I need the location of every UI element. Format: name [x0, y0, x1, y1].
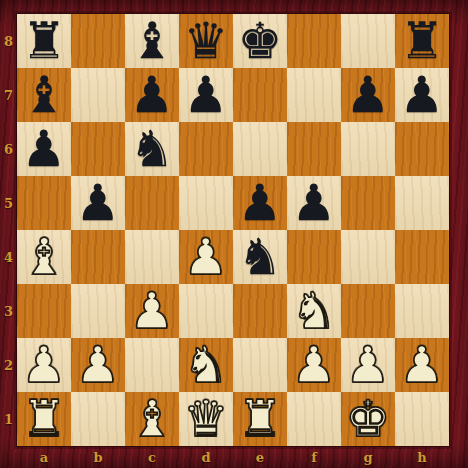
black-pawn[interactable]: ♟: [179, 68, 233, 122]
square-c5[interactable]: [125, 176, 179, 230]
square-h3[interactable]: [395, 284, 449, 338]
black-knight[interactable]: ♞: [233, 230, 287, 284]
square-a1[interactable]: ♜: [17, 392, 71, 446]
square-d5[interactable]: [179, 176, 233, 230]
rank-label-6: 6: [0, 122, 17, 176]
square-a5[interactable]: [17, 176, 71, 230]
square-a3[interactable]: [17, 284, 71, 338]
file-label-b: b: [71, 446, 125, 468]
square-c4[interactable]: [125, 230, 179, 284]
square-c8[interactable]: ♝: [125, 14, 179, 68]
square-c3[interactable]: ♟: [125, 284, 179, 338]
black-pawn[interactable]: ♟: [395, 68, 449, 122]
file-label-e: e: [233, 446, 287, 468]
white-knight[interactable]: ♞: [287, 284, 341, 338]
black-pawn[interactable]: ♟: [233, 176, 287, 230]
square-a8[interactable]: ♜: [17, 14, 71, 68]
black-rook[interactable]: ♜: [17, 14, 71, 68]
square-b8[interactable]: [71, 14, 125, 68]
white-pawn[interactable]: ♟: [341, 338, 395, 392]
square-b5[interactable]: ♟: [71, 176, 125, 230]
white-rook[interactable]: ♜: [233, 392, 287, 446]
white-queen[interactable]: ♛: [179, 392, 233, 446]
rank-label-8: 8: [0, 14, 17, 68]
square-g3[interactable]: [341, 284, 395, 338]
black-pawn[interactable]: ♟: [341, 68, 395, 122]
square-d3[interactable]: [179, 284, 233, 338]
square-b4[interactable]: [71, 230, 125, 284]
black-rook[interactable]: ♜: [395, 14, 449, 68]
square-g1[interactable]: ♚: [341, 392, 395, 446]
black-bishop[interactable]: ♝: [125, 14, 179, 68]
square-h5[interactable]: [395, 176, 449, 230]
white-king[interactable]: ♚: [341, 392, 395, 446]
square-g5[interactable]: [341, 176, 395, 230]
square-c7[interactable]: ♟: [125, 68, 179, 122]
square-f6[interactable]: [287, 122, 341, 176]
rank-label-7: 7: [0, 68, 17, 122]
square-e1[interactable]: ♜: [233, 392, 287, 446]
square-a7[interactable]: ♝: [17, 68, 71, 122]
black-pawn[interactable]: ♟: [125, 68, 179, 122]
square-d6[interactable]: [179, 122, 233, 176]
square-h2[interactable]: ♟: [395, 338, 449, 392]
black-king[interactable]: ♚: [233, 14, 287, 68]
file-label-a: a: [17, 446, 71, 468]
rank-label-3: 3: [0, 284, 17, 338]
square-b7[interactable]: [71, 68, 125, 122]
file-label-h: h: [395, 446, 449, 468]
white-pawn[interactable]: ♟: [71, 338, 125, 392]
square-e5[interactable]: ♟: [233, 176, 287, 230]
square-d1[interactable]: ♛: [179, 392, 233, 446]
white-pawn[interactable]: ♟: [17, 338, 71, 392]
square-e3[interactable]: [233, 284, 287, 338]
square-a6[interactable]: ♟: [17, 122, 71, 176]
square-e4[interactable]: ♞: [233, 230, 287, 284]
white-rook[interactable]: ♜: [17, 392, 71, 446]
chessboard-frame: 87654321 abcdefgh ♜♝♛♚♜♝♟♟♟♟♟♞♟♟♟♝♟♞♟♞♟♟…: [0, 0, 468, 468]
square-g2[interactable]: ♟: [341, 338, 395, 392]
square-g4[interactable]: [341, 230, 395, 284]
square-e6[interactable]: [233, 122, 287, 176]
square-c6[interactable]: ♞: [125, 122, 179, 176]
square-a2[interactable]: ♟: [17, 338, 71, 392]
rank-label-4: 4: [0, 230, 17, 284]
white-bishop[interactable]: ♝: [17, 230, 71, 284]
square-a4[interactable]: ♝: [17, 230, 71, 284]
file-label-g: g: [341, 446, 395, 468]
black-pawn[interactable]: ♟: [17, 122, 71, 176]
square-d8[interactable]: ♛: [179, 14, 233, 68]
square-d7[interactable]: ♟: [179, 68, 233, 122]
file-label-d: d: [179, 446, 233, 468]
black-queen[interactable]: ♛: [179, 14, 233, 68]
white-knight[interactable]: ♞: [179, 338, 233, 392]
file-labels: abcdefgh: [17, 446, 449, 468]
black-bishop[interactable]: ♝: [17, 68, 71, 122]
square-h8[interactable]: ♜: [395, 14, 449, 68]
rank-labels: 87654321: [0, 14, 17, 446]
white-pawn[interactable]: ♟: [287, 338, 341, 392]
square-e2[interactable]: [233, 338, 287, 392]
square-f2[interactable]: ♟: [287, 338, 341, 392]
square-g6[interactable]: [341, 122, 395, 176]
rank-label-2: 2: [0, 338, 17, 392]
square-g7[interactable]: ♟: [341, 68, 395, 122]
square-e7[interactable]: [233, 68, 287, 122]
square-f5[interactable]: ♟: [287, 176, 341, 230]
board: ♜♝♛♚♜♝♟♟♟♟♟♞♟♟♟♝♟♞♟♞♟♟♞♟♟♟♜♝♛♜♚: [17, 14, 449, 446]
square-b1[interactable]: [71, 392, 125, 446]
square-c2[interactable]: [125, 338, 179, 392]
black-pawn[interactable]: ♟: [71, 176, 125, 230]
black-knight[interactable]: ♞: [125, 122, 179, 176]
square-e8[interactable]: ♚: [233, 14, 287, 68]
square-f1[interactable]: [287, 392, 341, 446]
square-d2[interactable]: ♞: [179, 338, 233, 392]
square-b3[interactable]: [71, 284, 125, 338]
white-pawn[interactable]: ♟: [395, 338, 449, 392]
square-h6[interactable]: [395, 122, 449, 176]
white-pawn[interactable]: ♟: [125, 284, 179, 338]
white-pawn[interactable]: ♟: [179, 230, 233, 284]
square-h1[interactable]: [395, 392, 449, 446]
square-b2[interactable]: ♟: [71, 338, 125, 392]
square-d4[interactable]: ♟: [179, 230, 233, 284]
black-pawn[interactable]: ♟: [287, 176, 341, 230]
file-label-f: f: [287, 446, 341, 468]
square-c1[interactable]: ♝: [125, 392, 179, 446]
rank-label-1: 1: [0, 392, 17, 446]
file-label-c: c: [125, 446, 179, 468]
square-f7[interactable]: [287, 68, 341, 122]
square-h7[interactable]: ♟: [395, 68, 449, 122]
square-b6[interactable]: [71, 122, 125, 176]
square-f4[interactable]: [287, 230, 341, 284]
square-h4[interactable]: [395, 230, 449, 284]
white-bishop[interactable]: ♝: [125, 392, 179, 446]
square-f8[interactable]: [287, 14, 341, 68]
rank-label-5: 5: [0, 176, 17, 230]
square-g8[interactable]: [341, 14, 395, 68]
square-f3[interactable]: ♞: [287, 284, 341, 338]
